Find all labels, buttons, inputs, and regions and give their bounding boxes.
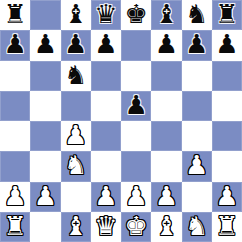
square-c4[interactable]: ♟ [61, 121, 91, 151]
square-a7[interactable]: ♟ [0, 30, 30, 60]
square-d2[interactable]: ♟ [91, 182, 121, 212]
white-pawn: ♟ [185, 152, 208, 178]
square-a4[interactable] [0, 121, 30, 151]
white-bishop: ♝ [64, 213, 87, 239]
black-queen: ♛ [94, 1, 117, 27]
white-knight: ♞ [185, 213, 208, 239]
square-h2[interactable]: ♟ [212, 182, 242, 212]
square-b2[interactable]: ♟ [30, 182, 60, 212]
square-a5[interactable] [0, 91, 30, 121]
white-pawn: ♟ [94, 183, 117, 209]
square-c3[interactable]: ♞ [61, 151, 91, 181]
black-pawn: ♟ [3, 31, 26, 57]
square-f2[interactable]: ♟ [151, 182, 181, 212]
square-h4[interactable] [212, 121, 242, 151]
black-knight: ♞ [185, 1, 208, 27]
square-h6[interactable] [212, 61, 242, 91]
white-pawn: ♟ [64, 122, 87, 148]
square-g8[interactable]: ♞ [182, 0, 212, 30]
square-d3[interactable] [91, 151, 121, 181]
white-pawn: ♟ [124, 183, 147, 209]
black-bishop: ♝ [155, 1, 178, 27]
square-h3[interactable] [212, 151, 242, 181]
square-e7[interactable] [121, 30, 151, 60]
square-e6[interactable] [121, 61, 151, 91]
black-pawn: ♟ [155, 31, 178, 57]
square-f8[interactable]: ♝ [151, 0, 181, 30]
white-pawn: ♟ [155, 183, 178, 209]
square-d7[interactable]: ♟ [91, 30, 121, 60]
square-b4[interactable] [30, 121, 60, 151]
white-pawn: ♟ [215, 183, 238, 209]
square-c1[interactable]: ♝ [61, 212, 91, 242]
square-g7[interactable]: ♟ [182, 30, 212, 60]
square-e5[interactable]: ♟ [121, 91, 151, 121]
square-f7[interactable]: ♟ [151, 30, 181, 60]
square-f6[interactable] [151, 61, 181, 91]
square-b6[interactable] [30, 61, 60, 91]
white-rook: ♜ [3, 213, 26, 239]
square-b7[interactable]: ♟ [30, 30, 60, 60]
square-c6[interactable]: ♞ [61, 61, 91, 91]
square-a1[interactable]: ♜ [0, 212, 30, 242]
black-pawn: ♟ [94, 31, 117, 57]
square-b1[interactable] [30, 212, 60, 242]
square-b8[interactable] [30, 0, 60, 30]
square-c5[interactable] [61, 91, 91, 121]
black-rook: ♜ [215, 1, 238, 27]
white-bishop: ♝ [155, 213, 178, 239]
square-h7[interactable]: ♟ [212, 30, 242, 60]
black-bishop: ♝ [64, 1, 87, 27]
square-a3[interactable] [0, 151, 30, 181]
square-a8[interactable]: ♜ [0, 0, 30, 30]
square-e8[interactable]: ♚ [121, 0, 151, 30]
square-e1[interactable]: ♚ [121, 212, 151, 242]
square-b3[interactable] [30, 151, 60, 181]
square-e3[interactable] [121, 151, 151, 181]
square-e4[interactable] [121, 121, 151, 151]
square-f1[interactable]: ♝ [151, 212, 181, 242]
square-h1[interactable]: ♜ [212, 212, 242, 242]
white-queen: ♛ [94, 213, 117, 239]
white-knight: ♞ [64, 152, 87, 178]
black-pawn: ♟ [124, 92, 147, 118]
square-b5[interactable] [30, 91, 60, 121]
square-g1[interactable]: ♞ [182, 212, 212, 242]
chess-board: ♜♝♛♚♝♞♜♟♟♟♟♟♟♟♞♟♟♞♟♟♟♟♟♟♟♜♝♛♚♝♞♜ [0, 0, 242, 242]
white-pawn: ♟ [3, 183, 26, 209]
square-c8[interactable]: ♝ [61, 0, 91, 30]
square-d4[interactable] [91, 121, 121, 151]
square-d8[interactable]: ♛ [91, 0, 121, 30]
black-rook: ♜ [3, 1, 26, 27]
square-c2[interactable] [61, 182, 91, 212]
square-c7[interactable]: ♟ [61, 30, 91, 60]
black-pawn: ♟ [215, 31, 238, 57]
black-pawn: ♟ [34, 31, 57, 57]
white-pawn: ♟ [34, 183, 57, 209]
black-pawn: ♟ [64, 31, 87, 57]
square-g3[interactable]: ♟ [182, 151, 212, 181]
square-e2[interactable]: ♟ [121, 182, 151, 212]
black-pawn: ♟ [185, 31, 208, 57]
square-d6[interactable] [91, 61, 121, 91]
square-g2[interactable] [182, 182, 212, 212]
white-king: ♚ [124, 213, 147, 239]
square-h5[interactable] [212, 91, 242, 121]
white-rook: ♜ [215, 213, 238, 239]
square-a6[interactable] [0, 61, 30, 91]
square-a2[interactable]: ♟ [0, 182, 30, 212]
black-knight: ♞ [64, 62, 87, 88]
black-king: ♚ [124, 1, 147, 27]
square-d5[interactable] [91, 91, 121, 121]
square-g6[interactable] [182, 61, 212, 91]
chess-app-window: ♜♝♛♚♝♞♜♟♟♟♟♟♟♟♞♟♟♞♟♟♟♟♟♟♟♜♝♛♚♝♞♜ [0, 0, 242, 242]
square-f4[interactable] [151, 121, 181, 151]
square-g5[interactable] [182, 91, 212, 121]
square-d1[interactable]: ♛ [91, 212, 121, 242]
square-f5[interactable] [151, 91, 181, 121]
square-f3[interactable] [151, 151, 181, 181]
square-h8[interactable]: ♜ [212, 0, 242, 30]
square-g4[interactable] [182, 121, 212, 151]
